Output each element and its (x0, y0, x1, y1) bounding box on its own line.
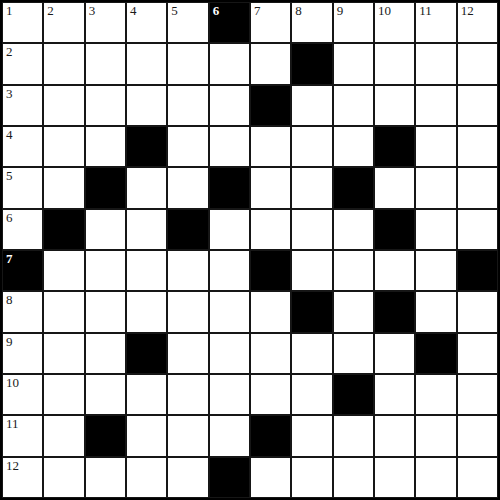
cell-r8c10 (375, 292, 414, 331)
cell-r11c11[interactable] (416, 416, 455, 455)
cell-number: 12 (461, 3, 474, 19)
cell-r2c9[interactable] (334, 44, 373, 83)
cell-r10c6[interactable] (210, 375, 249, 414)
cell-r6c3[interactable] (86, 210, 125, 249)
cell-r9c9[interactable] (334, 334, 373, 373)
cell-r10c8[interactable] (292, 375, 331, 414)
cell-r3c3[interactable] (86, 86, 125, 125)
cell-r3c12[interactable] (458, 86, 497, 125)
cell-r6c10 (375, 210, 414, 249)
cell-r8c11[interactable] (416, 292, 455, 331)
cell-r12c3[interactable] (86, 458, 125, 497)
cell-number: 2 (6, 44, 13, 60)
cell-r1c4[interactable]: 4 (127, 3, 166, 42)
cell-r1c1[interactable]: 1 (3, 3, 42, 42)
cell-r2c6[interactable] (210, 44, 249, 83)
cell-number: 9 (337, 3, 344, 19)
cell-r10c2[interactable] (44, 375, 83, 414)
cell-r2c2[interactable] (44, 44, 83, 83)
cell-r6c9[interactable] (334, 210, 373, 249)
cell-r11c5[interactable] (168, 416, 207, 455)
cell-r5c4[interactable] (127, 168, 166, 207)
cell-r7c12 (458, 251, 497, 290)
cell-number: 9 (6, 334, 13, 350)
cell-r4c9[interactable] (334, 127, 373, 166)
cell-r2c3[interactable] (86, 44, 125, 83)
cell-r6c8[interactable] (292, 210, 331, 249)
cell-number: 8 (295, 3, 302, 19)
cell-r9c3[interactable] (86, 334, 125, 373)
cell-r12c1[interactable]: 12 (3, 458, 42, 497)
cell-r11c2[interactable] (44, 416, 83, 455)
cell-r2c4[interactable] (127, 44, 166, 83)
cell-r7c6[interactable] (210, 251, 249, 290)
cell-r5c12[interactable] (458, 168, 497, 207)
cell-r2c7[interactable] (251, 44, 290, 83)
cell-r11c6[interactable] (210, 416, 249, 455)
cell-r4c6[interactable] (210, 127, 249, 166)
cell-r7c4[interactable] (127, 251, 166, 290)
cell-r5c9 (334, 168, 373, 207)
cell-r7c8[interactable] (292, 251, 331, 290)
cell-number: 12 (6, 458, 19, 474)
cell-r5c6 (210, 168, 249, 207)
cell-number: 10 (6, 375, 19, 391)
cell-number: 10 (378, 3, 391, 19)
cell-number: 4 (130, 3, 137, 19)
cell-r12c4[interactable] (127, 458, 166, 497)
cell-r7c10[interactable] (375, 251, 414, 290)
cell-r10c5[interactable] (168, 375, 207, 414)
cell-r3c9[interactable] (334, 86, 373, 125)
cell-r6c7[interactable] (251, 210, 290, 249)
cell-r3c10[interactable] (375, 86, 414, 125)
cell-number: 5 (171, 3, 178, 19)
cell-r11c12[interactable] (458, 416, 497, 455)
cell-r1c5[interactable]: 5 (168, 3, 207, 42)
cell-r8c8 (292, 292, 331, 331)
cell-number: 5 (6, 168, 13, 184)
cell-r3c4[interactable] (127, 86, 166, 125)
cell-r8c5[interactable] (168, 292, 207, 331)
cell-r7c1: 7 (3, 251, 42, 290)
cell-r8c7[interactable] (251, 292, 290, 331)
cell-r2c12[interactable] (458, 44, 497, 83)
cell-r3c11[interactable] (416, 86, 455, 125)
cell-r1c2[interactable]: 2 (44, 3, 83, 42)
cell-r10c1[interactable]: 10 (3, 375, 42, 414)
cell-r4c4 (127, 127, 166, 166)
cell-r10c12[interactable] (458, 375, 497, 414)
cell-r2c1[interactable]: 2 (3, 44, 42, 83)
cell-r3c5[interactable] (168, 86, 207, 125)
cell-number: 4 (6, 127, 13, 143)
cell-r1c12[interactable]: 12 (458, 3, 497, 42)
cell-r12c8[interactable] (292, 458, 331, 497)
cell-r6c12[interactable] (458, 210, 497, 249)
cell-r2c11[interactable] (416, 44, 455, 83)
cell-r11c10[interactable] (375, 416, 414, 455)
cell-r7c7 (251, 251, 290, 290)
cell-r4c1[interactable]: 4 (3, 127, 42, 166)
cell-r5c11[interactable] (416, 168, 455, 207)
cell-r9c12[interactable] (458, 334, 497, 373)
cell-r3c6[interactable] (210, 86, 249, 125)
cell-r6c1[interactable]: 6 (3, 210, 42, 249)
cell-r8c9[interactable] (334, 292, 373, 331)
cell-r9c8[interactable] (292, 334, 331, 373)
cell-r12c10[interactable] (375, 458, 414, 497)
cell-r10c10[interactable] (375, 375, 414, 414)
cell-r2c10[interactable] (375, 44, 414, 83)
cell-r1c3[interactable]: 3 (86, 3, 125, 42)
cell-r4c3[interactable] (86, 127, 125, 166)
cell-r8c12[interactable] (458, 292, 497, 331)
cell-r10c3[interactable] (86, 375, 125, 414)
cell-r9c7[interactable] (251, 334, 290, 373)
cell-r11c7 (251, 416, 290, 455)
cell-r1c7[interactable]: 7 (251, 3, 290, 42)
cell-number: 11 (6, 416, 19, 432)
cell-r8c4[interactable] (127, 292, 166, 331)
cell-r3c7 (251, 86, 290, 125)
cell-r4c10 (375, 127, 414, 166)
cell-number: 6 (6, 210, 13, 226)
cell-r6c5 (168, 210, 207, 249)
cell-r6c6[interactable] (210, 210, 249, 249)
cell-r11c4[interactable] (127, 416, 166, 455)
cell-r5c5[interactable] (168, 168, 207, 207)
cell-r9c11 (416, 334, 455, 373)
cell-r1c8[interactable]: 8 (292, 3, 331, 42)
cell-r5c1[interactable]: 5 (3, 168, 42, 207)
cell-r12c2[interactable] (44, 458, 83, 497)
cell-r1c10[interactable]: 10 (375, 3, 414, 42)
cell-r4c7[interactable] (251, 127, 290, 166)
cell-r11c9[interactable] (334, 416, 373, 455)
cell-r11c8[interactable] (292, 416, 331, 455)
cell-r12c11[interactable] (416, 458, 455, 497)
crossword-grid: 12345678910111223456789101112 (0, 0, 500, 500)
cell-r6c4[interactable] (127, 210, 166, 249)
cell-r2c8 (292, 44, 331, 83)
cell-r9c1[interactable]: 9 (3, 334, 42, 373)
cell-r5c10[interactable] (375, 168, 414, 207)
cell-r12c5[interactable] (168, 458, 207, 497)
cell-r12c7[interactable] (251, 458, 290, 497)
cell-r1c9[interactable]: 9 (334, 3, 373, 42)
cell-r11c1[interactable]: 11 (3, 416, 42, 455)
cell-r9c4 (127, 334, 166, 373)
cell-r3c1[interactable]: 3 (3, 86, 42, 125)
cell-r10c11[interactable] (416, 375, 455, 414)
cell-r6c11[interactable] (416, 210, 455, 249)
cell-r7c9[interactable] (334, 251, 373, 290)
cell-r12c12[interactable] (458, 458, 497, 497)
cell-r10c4[interactable] (127, 375, 166, 414)
cell-number: 11 (419, 3, 432, 19)
cell-r9c10[interactable] (375, 334, 414, 373)
cell-r8c1[interactable]: 8 (3, 292, 42, 331)
cell-number: 1 (6, 3, 13, 19)
cell-number: 3 (6, 86, 13, 102)
cell-r9c6[interactable] (210, 334, 249, 373)
cell-number: 6 (213, 3, 220, 19)
cell-r10c7[interactable] (251, 375, 290, 414)
cell-number: 2 (47, 3, 54, 19)
cell-number: 7 (254, 3, 261, 19)
cell-r4c5[interactable] (168, 127, 207, 166)
cell-r5c3 (86, 168, 125, 207)
cell-r7c2[interactable] (44, 251, 83, 290)
cell-r5c8[interactable] (292, 168, 331, 207)
cell-r12c6 (210, 458, 249, 497)
cell-r7c3[interactable] (86, 251, 125, 290)
cell-r7c5[interactable] (168, 251, 207, 290)
cell-r8c3[interactable] (86, 292, 125, 331)
cell-r10c9 (334, 375, 373, 414)
cell-r5c2[interactable] (44, 168, 83, 207)
cell-r2c5[interactable] (168, 44, 207, 83)
cell-r11c3 (86, 416, 125, 455)
cell-r9c5[interactable] (168, 334, 207, 373)
cell-r3c8[interactable] (292, 86, 331, 125)
cell-r4c8[interactable] (292, 127, 331, 166)
cell-r5c7[interactable] (251, 168, 290, 207)
cell-number: 8 (6, 292, 13, 308)
cell-r8c2[interactable] (44, 292, 83, 331)
cell-r9c2[interactable] (44, 334, 83, 373)
cell-number: 3 (89, 3, 96, 19)
cell-r4c2[interactable] (44, 127, 83, 166)
cell-r3c2[interactable] (44, 86, 83, 125)
cell-r12c9[interactable] (334, 458, 373, 497)
cell-r7c11[interactable] (416, 251, 455, 290)
cell-r1c11[interactable]: 11 (416, 3, 455, 42)
cell-r8c6[interactable] (210, 292, 249, 331)
cell-r1c6: 6 (210, 3, 249, 42)
cell-r6c2 (44, 210, 83, 249)
cell-r4c11[interactable] (416, 127, 455, 166)
cell-number: 7 (6, 251, 13, 267)
cell-r4c12[interactable] (458, 127, 497, 166)
